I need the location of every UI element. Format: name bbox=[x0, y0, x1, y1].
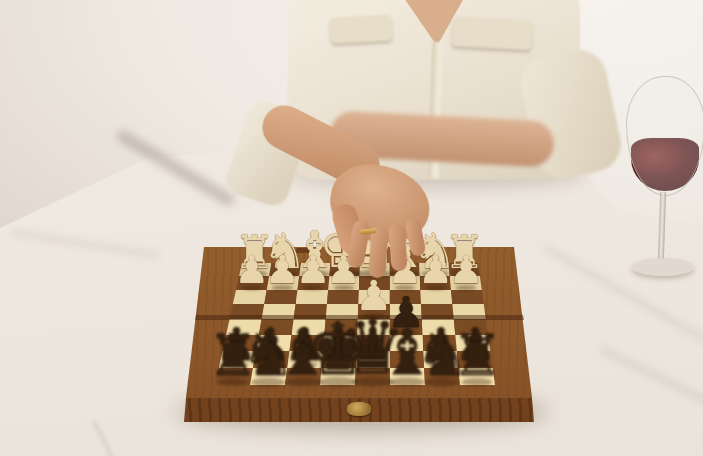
piece-white-pawn: ♟ bbox=[449, 251, 484, 290]
piece-white-pawn: ♟ bbox=[418, 251, 453, 290]
piece-white-pawn: ♟ bbox=[265, 251, 300, 290]
piece-white-pawn: ♟ bbox=[296, 251, 331, 290]
piece-black-rook: ♜ bbox=[452, 327, 503, 384]
brass-clasp bbox=[347, 402, 371, 416]
ring-finger bbox=[388, 223, 407, 271]
piece-white-pawn: ♟ bbox=[234, 251, 269, 290]
photo-scene: ♜♞♝♚♛♝♞♜♟♟♟♟♟♟♟♟♟♟♟♟♟♟♟♟♜♞♝♚♛♝♞♜ bbox=[0, 0, 703, 456]
